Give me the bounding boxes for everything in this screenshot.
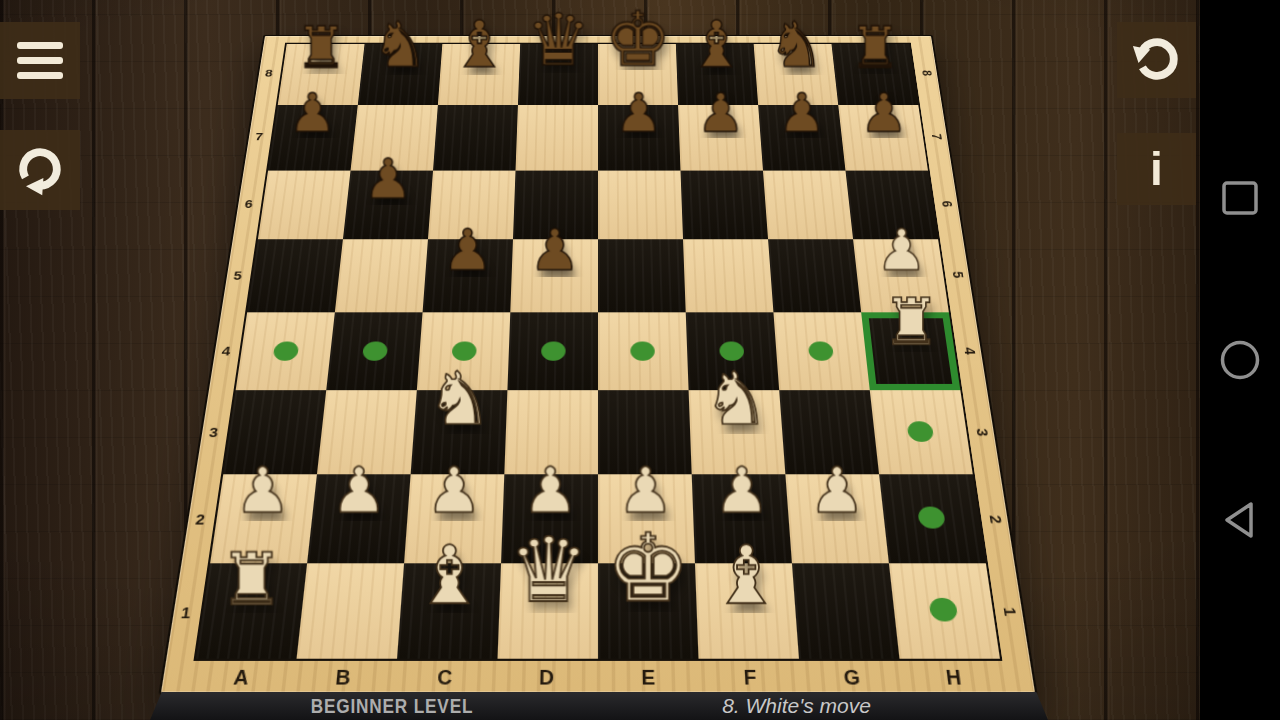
square-a6[interactable] [258, 170, 351, 239]
square-b8[interactable] [358, 44, 443, 105]
square-icon [1221, 180, 1259, 220]
white-rook-glyph: ♜ [219, 543, 283, 615]
square-c7[interactable] [433, 105, 518, 170]
file-label-f: F [699, 661, 803, 695]
circle-icon [1219, 339, 1261, 385]
white-pawn-glyph: ♟ [618, 459, 674, 522]
square-b5[interactable] [335, 239, 428, 312]
square-b1[interactable] [297, 563, 405, 659]
square-g7[interactable] [758, 105, 845, 170]
info-icon: i [1150, 142, 1163, 196]
square-e5[interactable] [598, 239, 686, 312]
square-a8[interactable] [278, 44, 365, 105]
square-h7[interactable] [838, 105, 928, 170]
square-h8[interactable] [831, 44, 918, 105]
square-f6[interactable] [680, 170, 768, 239]
app-screen: 87654321 87654321 ABCDEFGH ♜♞♝♛♚♝♞♜♟♟♟♟♟… [0, 0, 1280, 720]
square-g4[interactable] [773, 312, 869, 390]
rotate-circular-arrow-icon [12, 141, 68, 200]
legal-move-dot-b4[interactable] [362, 341, 388, 360]
legal-move-dot-h3[interactable] [907, 421, 935, 442]
move-indicator: 8. White's move [722, 694, 871, 718]
legal-move-dot-d4[interactable] [541, 341, 566, 360]
square-e6[interactable] [598, 170, 683, 239]
menu-button[interactable] [0, 22, 80, 99]
square-c5[interactable] [423, 239, 513, 312]
flip-board-button[interactable] [0, 130, 80, 210]
square-b6[interactable] [343, 170, 433, 239]
square-d5[interactable] [510, 239, 598, 312]
square-f8[interactable] [676, 44, 758, 105]
square-b7[interactable] [351, 105, 438, 170]
white-pawn-glyph: ♟ [331, 459, 387, 522]
file-label-c: C [393, 661, 497, 695]
square-h3[interactable] [870, 390, 973, 473]
square-g8[interactable] [754, 44, 839, 105]
square-e7[interactable] [598, 105, 680, 170]
square-b4[interactable] [326, 312, 422, 390]
square-g5[interactable] [768, 239, 861, 312]
square-h1[interactable] [889, 563, 1000, 659]
square-a4[interactable] [236, 312, 335, 390]
legal-move-dot-h2[interactable] [917, 507, 946, 529]
file-label-a: A [188, 661, 294, 695]
file-label-g: G [800, 661, 905, 695]
white-bishop-glyph: ♝ [413, 534, 485, 615]
white-pawn-glyph: ♟ [426, 459, 482, 522]
legal-move-dot-h1[interactable] [929, 598, 959, 622]
white-bishop-glyph: ♝ [710, 534, 782, 615]
legal-move-dot-a4[interactable] [273, 341, 300, 360]
info-button[interactable]: i [1117, 133, 1196, 205]
square-d7[interactable] [516, 105, 598, 170]
square-d6[interactable] [513, 170, 598, 239]
chess-board: 87654321 87654321 ABCDEFGH ♜♞♝♛♚♝♞♜♟♟♟♟♟… [158, 35, 1037, 695]
white-rook-glyph: ♜ [882, 289, 940, 354]
android-nav-bar [1200, 0, 1280, 720]
piece-white-queen-d1[interactable]: ♛ [497, 565, 598, 661]
square-a7[interactable] [268, 105, 358, 170]
white-queen-glyph: ♛ [508, 525, 588, 615]
legal-move-dot-g4[interactable] [808, 341, 834, 360]
piece-white-king-e1[interactable]: ♚ [598, 565, 699, 661]
white-pawn-glyph: ♟ [522, 459, 578, 522]
square-e4[interactable] [598, 312, 689, 390]
file-label-e: E [598, 661, 700, 695]
white-knight-glyph: ♞ [704, 362, 770, 435]
status-bar: BEGINNER LEVEL 8. White's move [150, 692, 1048, 720]
level-label: BEGINNER LEVEL [311, 694, 474, 718]
square-c6[interactable] [428, 170, 516, 239]
file-label-d: D [496, 661, 598, 695]
file-label-b: B [291, 661, 396, 695]
square-c8[interactable] [438, 44, 520, 105]
undo-arrow-icon [1129, 31, 1185, 90]
square-d4[interactable] [507, 312, 598, 390]
square-d8[interactable] [518, 44, 598, 105]
undo-button[interactable] [1117, 22, 1196, 98]
white-pawn-glyph: ♟ [235, 459, 291, 522]
square-e8[interactable] [598, 44, 678, 105]
square-a5[interactable] [247, 239, 343, 312]
square-g1[interactable] [792, 563, 900, 659]
square-g6[interactable] [763, 170, 853, 239]
white-knight-glyph: ♞ [427, 362, 493, 435]
square-h6[interactable] [845, 170, 938, 239]
square-h2[interactable] [879, 474, 986, 563]
file-labels: ABCDEFGH [188, 661, 1007, 695]
legal-move-dot-e4[interactable] [630, 341, 655, 360]
board-scene: 87654321 87654321 ABCDEFGH ♜♞♝♛♚♝♞♜♟♟♟♟♟… [152, 20, 1044, 696]
square-f7[interactable] [678, 105, 763, 170]
triangle-left-icon [1220, 499, 1260, 545]
square-f5[interactable] [683, 239, 773, 312]
white-pawn-glyph: ♟ [713, 459, 769, 522]
white-pawn-glyph: ♟ [809, 459, 865, 522]
nav-home-button[interactable] [1200, 332, 1280, 392]
hamburger-menu-icon [17, 42, 63, 79]
nav-back-button[interactable] [1200, 492, 1280, 552]
nav-recents-button[interactable] [1200, 170, 1280, 230]
white-king-glyph: ♚ [605, 521, 689, 615]
file-label-h: H [901, 661, 1007, 695]
